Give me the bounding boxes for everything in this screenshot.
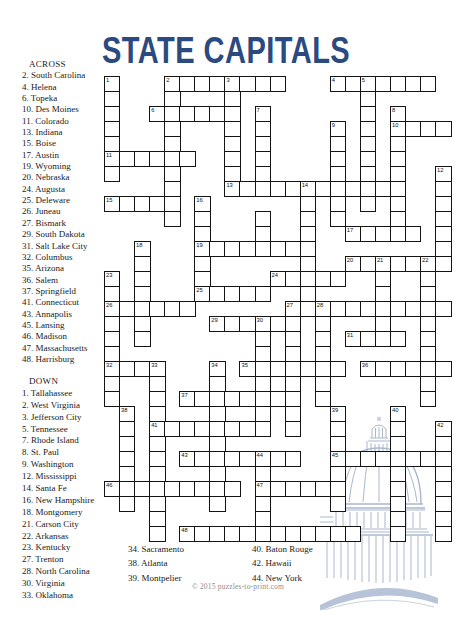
grid-cell[interactable]: [300, 361, 316, 377]
grid-cell[interactable]: [255, 226, 271, 242]
grid-cell[interactable]: [285, 316, 301, 332]
grid-cell[interactable]: [375, 316, 391, 332]
grid-cell[interactable]: [119, 196, 135, 212]
grid-cell[interactable]: [255, 181, 271, 197]
grid-cell[interactable]: [149, 466, 165, 482]
grid-cell[interactable]: 41: [149, 421, 165, 437]
grid-cell[interactable]: [149, 436, 165, 452]
grid-cell[interactable]: [330, 181, 346, 197]
grid-cell[interactable]: [209, 526, 225, 542]
grid-cell[interactable]: [239, 76, 255, 92]
grid-cell[interactable]: [255, 241, 271, 257]
grid-cell[interactable]: [255, 421, 271, 437]
grid-cell[interactable]: [330, 211, 346, 227]
grid-cell[interactable]: [285, 361, 301, 377]
grid-cell[interactable]: 14: [300, 181, 316, 197]
grid-cell[interactable]: [360, 181, 376, 197]
grid-cell[interactable]: [390, 481, 406, 497]
grid-cell[interactable]: [375, 286, 391, 302]
grid-cell[interactable]: 43: [179, 451, 195, 467]
grid-cell[interactable]: [330, 136, 346, 152]
grid-cell[interactable]: [224, 391, 240, 407]
grid-cell[interactable]: [300, 211, 316, 227]
grid-cell[interactable]: [330, 436, 346, 452]
grid-cell[interactable]: [149, 391, 165, 407]
grid-cell[interactable]: [104, 166, 120, 182]
grid-cell[interactable]: [239, 526, 255, 542]
grid-cell[interactable]: [315, 331, 331, 347]
grid-cell[interactable]: 5: [360, 76, 376, 92]
grid-cell[interactable]: [119, 301, 135, 317]
grid-cell[interactable]: [315, 376, 331, 392]
grid-cell[interactable]: [285, 376, 301, 392]
grid-cell[interactable]: [330, 196, 346, 212]
grid-cell[interactable]: 33: [149, 361, 165, 377]
grid-cell[interactable]: [330, 361, 346, 377]
grid-cell[interactable]: [330, 271, 346, 287]
grid-cell[interactable]: [330, 466, 346, 482]
grid-cell[interactable]: [330, 301, 346, 317]
grid-cell[interactable]: [435, 361, 451, 377]
grid-cell[interactable]: [209, 436, 225, 452]
grid-cell[interactable]: [345, 451, 361, 467]
grid-cell[interactable]: [164, 166, 180, 182]
grid-cell[interactable]: [149, 301, 165, 317]
grid-cell[interactable]: [209, 391, 225, 407]
grid-cell[interactable]: [315, 361, 331, 377]
grid-cell[interactable]: [405, 226, 421, 242]
grid-cell[interactable]: [104, 376, 120, 392]
grid-cell[interactable]: [164, 421, 180, 437]
grid-cell[interactable]: [405, 76, 421, 92]
grid-cell[interactable]: [164, 211, 180, 227]
grid-cell[interactable]: [224, 286, 240, 302]
grid-cell[interactable]: 32: [104, 361, 120, 377]
grid-cell[interactable]: [209, 106, 225, 122]
grid-cell[interactable]: [390, 331, 406, 347]
grid-cell[interactable]: [164, 136, 180, 152]
grid-cell[interactable]: [360, 256, 376, 272]
grid-cell[interactable]: [390, 511, 406, 527]
grid-cell[interactable]: [209, 241, 225, 257]
grid-cell[interactable]: [224, 151, 240, 167]
grid-cell[interactable]: [360, 136, 376, 152]
grid-cell[interactable]: [420, 316, 436, 332]
grid-cell[interactable]: [164, 121, 180, 137]
grid-cell[interactable]: [435, 181, 451, 197]
grid-cell[interactable]: 21: [375, 256, 391, 272]
grid-cell[interactable]: [224, 481, 240, 497]
grid-cell[interactable]: [149, 196, 165, 212]
grid-cell[interactable]: [390, 196, 406, 212]
grid-cell[interactable]: [255, 151, 271, 167]
grid-cell[interactable]: [420, 121, 436, 137]
grid-cell[interactable]: [119, 466, 135, 482]
grid-cell[interactable]: [330, 526, 346, 542]
grid-cell[interactable]: [149, 496, 165, 512]
grid-cell[interactable]: [345, 526, 361, 542]
grid-cell[interactable]: [255, 136, 271, 152]
grid-cell[interactable]: [134, 286, 150, 302]
grid-cell[interactable]: [390, 466, 406, 482]
grid-cell[interactable]: 13: [224, 181, 240, 197]
grid-cell[interactable]: [375, 226, 391, 242]
grid-cell[interactable]: [255, 286, 271, 302]
grid-cell[interactable]: [270, 391, 286, 407]
grid-cell[interactable]: [104, 106, 120, 122]
grid-cell[interactable]: [330, 151, 346, 167]
grid-cell[interactable]: 8: [390, 106, 406, 122]
grid-cell[interactable]: [390, 136, 406, 152]
grid-cell[interactable]: [149, 511, 165, 527]
grid-cell[interactable]: [390, 211, 406, 227]
grid-cell[interactable]: [390, 451, 406, 467]
grid-cell[interactable]: [405, 256, 421, 272]
grid-cell[interactable]: [194, 451, 210, 467]
grid-cell[interactable]: [405, 361, 421, 377]
grid-cell[interactable]: [270, 241, 286, 257]
grid-cell[interactable]: 42: [435, 421, 451, 437]
grid-cell[interactable]: [315, 271, 331, 287]
grid-cell[interactable]: [315, 181, 331, 197]
grid-cell[interactable]: [209, 376, 225, 392]
grid-cell[interactable]: [360, 151, 376, 167]
grid-cell[interactable]: [255, 331, 271, 347]
grid-cell[interactable]: [390, 361, 406, 377]
grid-cell[interactable]: [209, 466, 225, 482]
grid-cell[interactable]: 38: [119, 406, 135, 422]
grid-cell[interactable]: [149, 151, 165, 167]
grid-cell[interactable]: [300, 256, 316, 272]
grid-cell[interactable]: [134, 271, 150, 287]
grid-cell[interactable]: [360, 106, 376, 122]
grid-cell[interactable]: [119, 481, 135, 497]
grid-cell[interactable]: 11: [104, 151, 120, 167]
grid-cell[interactable]: [285, 346, 301, 362]
grid-cell[interactable]: [435, 481, 451, 497]
grid-cell[interactable]: [390, 151, 406, 167]
grid-cell[interactable]: [285, 481, 301, 497]
grid-cell[interactable]: [104, 136, 120, 152]
grid-cell[interactable]: [435, 211, 451, 227]
grid-cell[interactable]: [435, 526, 451, 542]
grid-cell[interactable]: [360, 166, 376, 182]
grid-cell[interactable]: [239, 181, 255, 197]
grid-cell[interactable]: [360, 331, 376, 347]
grid-cell[interactable]: [164, 91, 180, 107]
grid-cell[interactable]: [164, 481, 180, 497]
grid-cell[interactable]: [134, 481, 150, 497]
grid-cell[interactable]: [390, 496, 406, 512]
grid-cell[interactable]: [390, 181, 406, 197]
grid-cell[interactable]: [149, 376, 165, 392]
grid-cell[interactable]: [315, 481, 331, 497]
grid-cell[interactable]: 2: [164, 76, 180, 92]
grid-cell[interactable]: [300, 241, 316, 257]
grid-cell[interactable]: [285, 271, 301, 287]
grid-cell[interactable]: [224, 91, 240, 107]
grid-cell[interactable]: 4: [330, 76, 346, 92]
grid-cell[interactable]: [375, 76, 391, 92]
grid-cell[interactable]: 6: [149, 106, 165, 122]
grid-cell[interactable]: [134, 316, 150, 332]
grid-cell[interactable]: [420, 76, 436, 92]
grid-cell[interactable]: 48: [179, 526, 195, 542]
grid-cell[interactable]: [194, 391, 210, 407]
grid-cell[interactable]: [179, 106, 195, 122]
grid-cell[interactable]: [270, 481, 286, 497]
grid-cell[interactable]: [390, 226, 406, 242]
grid-cell[interactable]: 28: [315, 301, 331, 317]
grid-cell[interactable]: 31: [345, 331, 361, 347]
grid-cell[interactable]: 44: [255, 451, 271, 467]
grid-cell[interactable]: 9: [330, 121, 346, 137]
grid-cell[interactable]: [179, 301, 195, 317]
grid-cell[interactable]: [375, 451, 391, 467]
grid-cell[interactable]: 22: [420, 256, 436, 272]
grid-cell[interactable]: [104, 391, 120, 407]
grid-cell[interactable]: [194, 226, 210, 242]
grid-cell[interactable]: [420, 331, 436, 347]
grid-cell[interactable]: [104, 346, 120, 362]
grid-cell[interactable]: [390, 301, 406, 317]
grid-cell[interactable]: [285, 421, 301, 437]
grid-cell[interactable]: [405, 451, 421, 467]
grid-cell[interactable]: [420, 271, 436, 287]
grid-cell[interactable]: [149, 451, 165, 467]
grid-cell[interactable]: [330, 421, 346, 437]
grid-cell[interactable]: [300, 226, 316, 242]
grid-cell[interactable]: [149, 406, 165, 422]
grid-cell[interactable]: [315, 346, 331, 362]
grid-cell[interactable]: [134, 361, 150, 377]
grid-cell[interactable]: [285, 451, 301, 467]
grid-cell[interactable]: [119, 451, 135, 467]
grid-cell[interactable]: [255, 496, 271, 512]
grid-cell[interactable]: 30: [255, 316, 271, 332]
grid-cell[interactable]: [255, 346, 271, 362]
grid-cell[interactable]: [194, 256, 210, 272]
grid-cell[interactable]: [119, 421, 135, 437]
grid-cell[interactable]: 20: [345, 256, 361, 272]
grid-cell[interactable]: [255, 466, 271, 482]
grid-cell[interactable]: [209, 496, 225, 512]
grid-cell[interactable]: [224, 166, 240, 182]
grid-cell[interactable]: 46: [104, 481, 120, 497]
grid-cell[interactable]: [345, 301, 361, 317]
grid-cell[interactable]: [224, 106, 240, 122]
grid-cell[interactable]: [209, 286, 225, 302]
grid-cell[interactable]: [435, 436, 451, 452]
grid-cell[interactable]: [119, 151, 135, 167]
grid-cell[interactable]: 39: [330, 406, 346, 422]
grid-cell[interactable]: [315, 391, 331, 407]
grid-cell[interactable]: [134, 151, 150, 167]
grid-cell[interactable]: [435, 241, 451, 257]
grid-cell[interactable]: [179, 151, 195, 167]
grid-cell[interactable]: [435, 301, 451, 317]
grid-cell[interactable]: [390, 76, 406, 92]
grid-cell[interactable]: [255, 511, 271, 527]
grid-cell[interactable]: [209, 76, 225, 92]
grid-cell[interactable]: [255, 121, 271, 137]
grid-cell[interactable]: [119, 436, 135, 452]
grid-cell[interactable]: [270, 526, 286, 542]
grid-cell[interactable]: [375, 361, 391, 377]
grid-cell[interactable]: [345, 181, 361, 197]
grid-cell[interactable]: [405, 301, 421, 317]
grid-cell[interactable]: [224, 526, 240, 542]
grid-cell[interactable]: [194, 421, 210, 437]
grid-cell[interactable]: [435, 226, 451, 242]
grid-cell[interactable]: [435, 466, 451, 482]
grid-cell[interactable]: 37: [179, 391, 195, 407]
grid-cell[interactable]: [255, 76, 271, 92]
grid-cell[interactable]: [435, 511, 451, 527]
grid-cell[interactable]: [315, 526, 331, 542]
grid-cell[interactable]: [420, 346, 436, 362]
grid-cell[interactable]: [179, 421, 195, 437]
grid-cell[interactable]: [375, 331, 391, 347]
grid-cell[interactable]: [134, 196, 150, 212]
grid-cell[interactable]: [270, 76, 286, 92]
grid-cell[interactable]: 40: [390, 406, 406, 422]
grid-cell[interactable]: [179, 76, 195, 92]
grid-cell[interactable]: [375, 301, 391, 317]
grid-cell[interactable]: [270, 181, 286, 197]
grid-cell[interactable]: 1: [104, 76, 120, 92]
grid-cell[interactable]: 29: [209, 316, 225, 332]
grid-cell[interactable]: [345, 76, 361, 92]
grid-cell[interactable]: 23: [104, 271, 120, 287]
grid-cell[interactable]: [285, 526, 301, 542]
grid-cell[interactable]: [239, 421, 255, 437]
grid-cell[interactable]: [390, 421, 406, 437]
grid-cell[interactable]: 36: [360, 361, 376, 377]
grid-cell[interactable]: [285, 241, 301, 257]
grid-cell[interactable]: [390, 166, 406, 182]
grid-cell[interactable]: [224, 121, 240, 137]
grid-cell[interactable]: [209, 481, 225, 497]
grid-cell[interactable]: [209, 421, 225, 437]
grid-cell[interactable]: [194, 211, 210, 227]
grid-cell[interactable]: [179, 481, 195, 497]
grid-cell[interactable]: [224, 316, 240, 332]
grid-cell[interactable]: [255, 361, 271, 377]
grid-cell[interactable]: [104, 121, 120, 137]
grid-cell[interactable]: [390, 256, 406, 272]
grid-cell[interactable]: [164, 196, 180, 212]
grid-cell[interactable]: [360, 121, 376, 137]
grid-cell[interactable]: [285, 181, 301, 197]
grid-cell[interactable]: [255, 391, 271, 407]
grid-cell[interactable]: [330, 496, 346, 512]
grid-cell[interactable]: [104, 316, 120, 332]
grid-cell[interactable]: [255, 166, 271, 182]
grid-cell[interactable]: [420, 301, 436, 317]
grid-cell[interactable]: [300, 196, 316, 212]
grid-cell[interactable]: [164, 151, 180, 167]
grid-cell[interactable]: [420, 391, 436, 407]
grid-cell[interactable]: [255, 406, 271, 422]
grid-cell[interactable]: [224, 421, 240, 437]
grid-cell[interactable]: [315, 316, 331, 332]
grid-cell[interactable]: [375, 181, 391, 197]
grid-cell[interactable]: [104, 331, 120, 347]
grid-cell[interactable]: [194, 106, 210, 122]
grid-cell[interactable]: 47: [255, 481, 271, 497]
grid-cell[interactable]: [134, 331, 150, 347]
grid-cell[interactable]: [119, 496, 135, 512]
grid-cell[interactable]: [255, 526, 271, 542]
grid-cell[interactable]: 3: [224, 76, 240, 92]
grid-cell[interactable]: 7: [255, 106, 271, 122]
grid-cell[interactable]: 18: [134, 241, 150, 257]
grid-cell[interactable]: [375, 271, 391, 287]
grid-cell[interactable]: [300, 481, 316, 497]
grid-cell[interactable]: [390, 436, 406, 452]
grid-cell[interactable]: [330, 481, 346, 497]
grid-cell[interactable]: [435, 451, 451, 467]
grid-cell[interactable]: [239, 391, 255, 407]
grid-cell[interactable]: 15: [104, 196, 120, 212]
grid-cell[interactable]: [209, 406, 225, 422]
grid-cell[interactable]: [239, 241, 255, 257]
grid-cell[interactable]: [360, 451, 376, 467]
grid-cell[interactable]: [420, 286, 436, 302]
grid-cell[interactable]: [164, 301, 180, 317]
grid-cell[interactable]: [420, 376, 436, 392]
grid-cell[interactable]: [435, 196, 451, 212]
grid-cell[interactable]: [390, 526, 406, 542]
grid-cell[interactable]: [420, 451, 436, 467]
grid-cell[interactable]: [104, 286, 120, 302]
grid-cell[interactable]: [224, 136, 240, 152]
grid-cell[interactable]: [224, 451, 240, 467]
grid-cell[interactable]: [104, 91, 120, 107]
grid-cell[interactable]: [239, 451, 255, 467]
grid-cell[interactable]: [224, 241, 240, 257]
grid-cell[interactable]: [300, 301, 316, 317]
grid-cell[interactable]: 17: [345, 226, 361, 242]
grid-cell[interactable]: [300, 271, 316, 287]
grid-cell[interactable]: [194, 481, 210, 497]
grid-cell[interactable]: [119, 361, 135, 377]
grid-cell[interactable]: [134, 301, 150, 317]
grid-cell[interactable]: 12: [435, 166, 451, 182]
grid-cell[interactable]: [435, 496, 451, 512]
grid-cell[interactable]: [164, 106, 180, 122]
grid-cell[interactable]: [330, 166, 346, 182]
grid-cell[interactable]: [360, 226, 376, 242]
grid-cell[interactable]: [435, 256, 451, 272]
grid-cell[interactable]: 16: [194, 196, 210, 212]
grid-cell[interactable]: [209, 451, 225, 467]
grid-cell[interactable]: 24: [270, 271, 286, 287]
grid-cell[interactable]: [270, 451, 286, 467]
grid-cell[interactable]: [239, 286, 255, 302]
grid-cell[interactable]: [270, 361, 286, 377]
grid-cell[interactable]: [285, 391, 301, 407]
grid-cell[interactable]: [239, 316, 255, 332]
grid-cell[interactable]: [405, 121, 421, 137]
grid-cell[interactable]: [435, 121, 451, 137]
grid-cell[interactable]: [164, 181, 180, 197]
grid-cell[interactable]: [194, 271, 210, 287]
grid-cell[interactable]: [285, 331, 301, 347]
grid-cell[interactable]: [300, 286, 316, 302]
grid-cell[interactable]: [360, 91, 376, 107]
